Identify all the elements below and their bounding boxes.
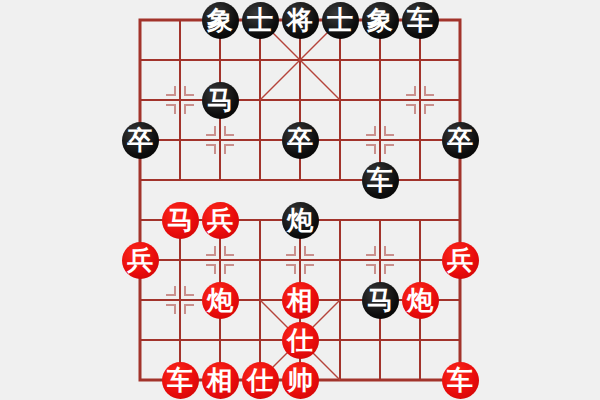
- xiangqi-board-screen: 象士将士象车马卒卒卒车炮马马兵兵兵炮相炮仕车相仕帅车: [0, 0, 600, 400]
- piece-black-elephant[interactable]: 象: [202, 2, 239, 39]
- piece-glyph: 兵: [447, 242, 473, 279]
- piece-glyph: 象: [207, 2, 233, 39]
- piece-black-advisor[interactable]: 士: [322, 2, 359, 39]
- piece-glyph: 车: [447, 362, 473, 399]
- piece-black-cannon[interactable]: 炮: [282, 202, 319, 239]
- piece-black-pawn[interactable]: 卒: [122, 122, 159, 159]
- piece-red-advisor[interactable]: 仕: [282, 322, 319, 359]
- piece-glyph: 马: [207, 82, 233, 119]
- piece-black-chariot[interactable]: 车: [402, 2, 439, 39]
- piece-glyph: 车: [407, 2, 433, 39]
- piece-glyph: 象: [367, 2, 393, 39]
- piece-glyph: 卒: [287, 122, 313, 159]
- piece-red-horse[interactable]: 马: [162, 202, 199, 239]
- piece-glyph: 相: [287, 282, 313, 319]
- piece-glyph: 仕: [247, 362, 273, 399]
- pieces-layer: 象士将士象车马卒卒卒车炮马马兵兵兵炮相炮仕车相仕帅车: [120, 0, 480, 400]
- piece-glyph: 卒: [447, 122, 473, 159]
- piece-red-cannon[interactable]: 炮: [202, 282, 239, 319]
- piece-red-cannon[interactable]: 炮: [402, 282, 439, 319]
- piece-red-elephant[interactable]: 相: [202, 362, 239, 399]
- piece-black-pawn[interactable]: 卒: [282, 122, 319, 159]
- piece-red-chariot[interactable]: 车: [442, 362, 479, 399]
- piece-red-pawn[interactable]: 兵: [442, 242, 479, 279]
- piece-red-elephant[interactable]: 相: [282, 282, 319, 319]
- piece-glyph: 马: [367, 282, 393, 319]
- piece-glyph: 帅: [287, 362, 313, 399]
- piece-glyph: 炮: [287, 202, 313, 239]
- piece-red-advisor[interactable]: 仕: [242, 362, 279, 399]
- piece-glyph: 士: [247, 2, 273, 39]
- piece-red-king[interactable]: 帅: [282, 362, 319, 399]
- piece-black-elephant[interactable]: 象: [362, 2, 399, 39]
- piece-glyph: 将: [287, 2, 313, 39]
- piece-glyph: 车: [167, 362, 193, 399]
- piece-red-pawn[interactable]: 兵: [122, 242, 159, 279]
- piece-red-pawn[interactable]: 兵: [202, 202, 239, 239]
- piece-glyph: 兵: [127, 242, 153, 279]
- piece-black-horse[interactable]: 马: [202, 82, 239, 119]
- piece-glyph: 兵: [207, 202, 233, 239]
- piece-glyph: 马: [167, 202, 193, 239]
- piece-glyph: 炮: [407, 282, 433, 319]
- piece-glyph: 卒: [127, 122, 153, 159]
- piece-glyph: 炮: [207, 282, 233, 319]
- piece-glyph: 士: [327, 2, 353, 39]
- piece-glyph: 车: [367, 162, 393, 199]
- piece-black-king[interactable]: 将: [282, 2, 319, 39]
- piece-glyph: 相: [207, 362, 233, 399]
- piece-black-horse[interactable]: 马: [362, 282, 399, 319]
- xiangqi-board: 象士将士象车马卒卒卒车炮马马兵兵兵炮相炮仕车相仕帅车: [120, 0, 480, 400]
- piece-glyph: 仕: [287, 322, 313, 359]
- piece-black-pawn[interactable]: 卒: [442, 122, 479, 159]
- piece-black-advisor[interactable]: 士: [242, 2, 279, 39]
- piece-red-chariot[interactable]: 车: [162, 362, 199, 399]
- piece-black-chariot[interactable]: 车: [362, 162, 399, 199]
